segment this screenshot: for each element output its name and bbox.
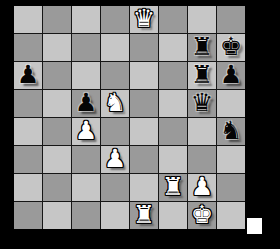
piece-white-pawn-d3[interactable]: ♟ (104, 145, 126, 172)
square-d8[interactable] (101, 6, 129, 33)
square-c2[interactable] (72, 174, 100, 201)
square-f2[interactable]: ♜ (159, 174, 187, 201)
square-e1[interactable]: ♜ (130, 202, 158, 229)
chess-app-window: ♛♜♚♟♜♟♟♞♛♟♞♟♜♟♜♚ (0, 0, 280, 249)
square-d6[interactable] (101, 62, 129, 89)
square-h3[interactable] (217, 146, 245, 173)
square-e8[interactable]: ♛ (130, 6, 158, 33)
square-b5[interactable] (43, 90, 71, 117)
piece-white-king-g1[interactable]: ♚ (191, 201, 213, 228)
piece-white-pawn-g2[interactable]: ♟ (191, 173, 213, 200)
square-g6[interactable]: ♜ (188, 62, 216, 89)
square-e6[interactable] (130, 62, 158, 89)
square-b8[interactable] (43, 6, 71, 33)
square-d5[interactable]: ♞ (101, 90, 129, 117)
square-a8[interactable] (14, 6, 42, 33)
piece-white-knight-d5[interactable]: ♞ (104, 89, 126, 116)
piece-black-rook-g7[interactable]: ♜ (191, 33, 213, 60)
square-a7[interactable] (14, 34, 42, 61)
square-d3[interactable]: ♟ (101, 146, 129, 173)
square-c7[interactable] (72, 34, 100, 61)
square-a5[interactable] (14, 90, 42, 117)
square-e4[interactable] (130, 118, 158, 145)
square-h4[interactable]: ♞ (217, 118, 245, 145)
square-b4[interactable] (43, 118, 71, 145)
side-to-move-indicator (247, 218, 262, 234)
square-g2[interactable]: ♟ (188, 174, 216, 201)
square-a4[interactable] (14, 118, 42, 145)
square-f5[interactable] (159, 90, 187, 117)
square-d1[interactable] (101, 202, 129, 229)
piece-black-queen-g5[interactable]: ♛ (191, 89, 213, 116)
piece-white-rook-e1[interactable]: ♜ (133, 201, 155, 228)
square-c4[interactable]: ♟ (72, 118, 100, 145)
piece-black-king-h7[interactable]: ♚ (220, 33, 242, 60)
square-g3[interactable] (188, 146, 216, 173)
square-b7[interactable] (43, 34, 71, 61)
piece-black-pawn-c5[interactable]: ♟ (75, 89, 97, 116)
square-e2[interactable] (130, 174, 158, 201)
square-g4[interactable] (188, 118, 216, 145)
square-g8[interactable] (188, 6, 216, 33)
square-g1[interactable]: ♚ (188, 202, 216, 229)
piece-white-rook-f2[interactable]: ♜ (162, 173, 184, 200)
square-c6[interactable] (72, 62, 100, 89)
piece-white-queen-e8[interactable]: ♛ (133, 5, 155, 32)
square-b2[interactable] (43, 174, 71, 201)
square-h6[interactable]: ♟ (217, 62, 245, 89)
piece-black-knight-h4[interactable]: ♞ (220, 117, 242, 144)
square-c5[interactable]: ♟ (72, 90, 100, 117)
square-f3[interactable] (159, 146, 187, 173)
square-c3[interactable] (72, 146, 100, 173)
square-b6[interactable] (43, 62, 71, 89)
square-h7[interactable]: ♚ (217, 34, 245, 61)
square-d7[interactable] (101, 34, 129, 61)
square-b3[interactable] (43, 146, 71, 173)
piece-black-rook-g6[interactable]: ♜ (191, 61, 213, 88)
square-f1[interactable] (159, 202, 187, 229)
square-f8[interactable] (159, 6, 187, 33)
square-f6[interactable] (159, 62, 187, 89)
square-e7[interactable] (130, 34, 158, 61)
square-c8[interactable] (72, 6, 100, 33)
square-h2[interactable] (217, 174, 245, 201)
square-h1[interactable] (217, 202, 245, 229)
square-d2[interactable] (101, 174, 129, 201)
piece-black-pawn-a6[interactable]: ♟ (17, 61, 39, 88)
chess-board: ♛♜♚♟♜♟♟♞♛♟♞♟♜♟♜♚ (14, 6, 245, 229)
square-f7[interactable] (159, 34, 187, 61)
square-e5[interactable] (130, 90, 158, 117)
piece-black-pawn-h6[interactable]: ♟ (220, 61, 242, 88)
square-g5[interactable]: ♛ (188, 90, 216, 117)
square-e3[interactable] (130, 146, 158, 173)
square-f4[interactable] (159, 118, 187, 145)
square-a3[interactable] (14, 146, 42, 173)
square-b1[interactable] (43, 202, 71, 229)
square-a1[interactable] (14, 202, 42, 229)
square-g7[interactable]: ♜ (188, 34, 216, 61)
square-d4[interactable] (101, 118, 129, 145)
piece-white-pawn-c4[interactable]: ♟ (75, 117, 97, 144)
square-c1[interactable] (72, 202, 100, 229)
square-h5[interactable] (217, 90, 245, 117)
square-a6[interactable]: ♟ (14, 62, 42, 89)
square-a2[interactable] (14, 174, 42, 201)
square-h8[interactable] (217, 6, 245, 33)
